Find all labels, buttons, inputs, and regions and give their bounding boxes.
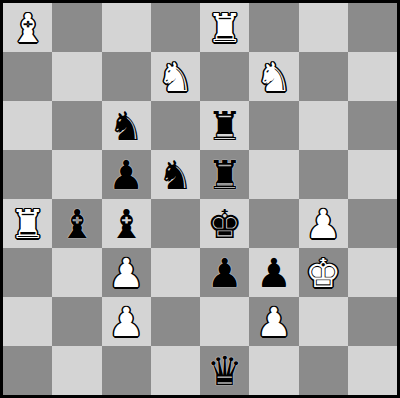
square-a8[interactable]: ♝ bbox=[3, 3, 52, 52]
black-pawn[interactable]: ♟ bbox=[108, 155, 144, 195]
square-d7[interactable]: ♞ bbox=[151, 52, 200, 101]
square-c4[interactable]: ♝ bbox=[102, 199, 151, 248]
square-b4[interactable]: ♝ bbox=[52, 199, 101, 248]
square-e1[interactable]: ♛ bbox=[200, 346, 249, 395]
black-bishop[interactable]: ♝ bbox=[59, 204, 95, 244]
white-pawn[interactable]: ♟ bbox=[305, 204, 341, 244]
square-h4[interactable] bbox=[348, 199, 397, 248]
square-g3[interactable]: ♚ bbox=[299, 248, 348, 297]
black-bishop[interactable]: ♝ bbox=[108, 204, 144, 244]
black-rook[interactable]: ♜ bbox=[207, 106, 243, 146]
square-d5[interactable]: ♞ bbox=[151, 150, 200, 199]
square-b8[interactable] bbox=[52, 3, 101, 52]
square-a3[interactable] bbox=[3, 248, 52, 297]
square-e7[interactable] bbox=[200, 52, 249, 101]
square-e3[interactable]: ♟ bbox=[200, 248, 249, 297]
white-pawn[interactable]: ♟ bbox=[256, 302, 292, 342]
square-h3[interactable] bbox=[348, 248, 397, 297]
square-d4[interactable] bbox=[151, 199, 200, 248]
square-h2[interactable] bbox=[348, 297, 397, 346]
square-d1[interactable] bbox=[151, 346, 200, 395]
square-b6[interactable] bbox=[52, 101, 101, 150]
square-b1[interactable] bbox=[52, 346, 101, 395]
square-d8[interactable] bbox=[151, 3, 200, 52]
square-a5[interactable] bbox=[3, 150, 52, 199]
black-queen[interactable]: ♛ bbox=[207, 351, 243, 391]
square-e6[interactable]: ♜ bbox=[200, 101, 249, 150]
square-f5[interactable] bbox=[249, 150, 298, 199]
square-b3[interactable] bbox=[52, 248, 101, 297]
white-pawn[interactable]: ♟ bbox=[108, 302, 144, 342]
square-a4[interactable]: ♜ bbox=[3, 199, 52, 248]
black-pawn[interactable]: ♟ bbox=[256, 253, 292, 293]
square-d2[interactable] bbox=[151, 297, 200, 346]
black-knight[interactable]: ♞ bbox=[108, 106, 144, 146]
square-a6[interactable] bbox=[3, 101, 52, 150]
square-b5[interactable] bbox=[52, 150, 101, 199]
black-king[interactable]: ♚ bbox=[207, 204, 243, 244]
white-rook[interactable]: ♜ bbox=[207, 8, 243, 48]
square-c5[interactable]: ♟ bbox=[102, 150, 151, 199]
square-f1[interactable] bbox=[249, 346, 298, 395]
square-b7[interactable] bbox=[52, 52, 101, 101]
black-pawn[interactable]: ♟ bbox=[207, 253, 243, 293]
square-c8[interactable] bbox=[102, 3, 151, 52]
square-f8[interactable] bbox=[249, 3, 298, 52]
square-a1[interactable] bbox=[3, 346, 52, 395]
black-knight[interactable]: ♞ bbox=[157, 155, 193, 195]
square-f3[interactable]: ♟ bbox=[249, 248, 298, 297]
square-g1[interactable] bbox=[299, 346, 348, 395]
white-bishop[interactable]: ♝ bbox=[10, 8, 46, 48]
white-king[interactable]: ♚ bbox=[305, 253, 341, 293]
black-rook[interactable]: ♜ bbox=[207, 155, 243, 195]
square-c1[interactable] bbox=[102, 346, 151, 395]
square-g8[interactable] bbox=[299, 3, 348, 52]
square-e4[interactable]: ♚ bbox=[200, 199, 249, 248]
white-knight[interactable]: ♞ bbox=[157, 57, 193, 97]
square-b2[interactable] bbox=[52, 297, 101, 346]
square-c7[interactable] bbox=[102, 52, 151, 101]
chess-board: ♝♜♞♞♞♜♟♞♜♜♝♝♚♟♟♟♟♚♟♟♛ bbox=[3, 3, 397, 395]
square-f7[interactable]: ♞ bbox=[249, 52, 298, 101]
square-h6[interactable] bbox=[348, 101, 397, 150]
square-g7[interactable] bbox=[299, 52, 348, 101]
square-c6[interactable]: ♞ bbox=[102, 101, 151, 150]
square-g5[interactable] bbox=[299, 150, 348, 199]
white-knight[interactable]: ♞ bbox=[256, 57, 292, 97]
square-g6[interactable] bbox=[299, 101, 348, 150]
square-d6[interactable] bbox=[151, 101, 200, 150]
square-f6[interactable] bbox=[249, 101, 298, 150]
square-a7[interactable] bbox=[3, 52, 52, 101]
square-e8[interactable]: ♜ bbox=[200, 3, 249, 52]
square-f4[interactable] bbox=[249, 199, 298, 248]
square-d3[interactable] bbox=[151, 248, 200, 297]
square-c3[interactable]: ♟ bbox=[102, 248, 151, 297]
square-e2[interactable] bbox=[200, 297, 249, 346]
square-g4[interactable]: ♟ bbox=[299, 199, 348, 248]
square-f2[interactable]: ♟ bbox=[249, 297, 298, 346]
chess-board-frame: ♝♜♞♞♞♜♟♞♜♜♝♝♚♟♟♟♟♚♟♟♛ bbox=[0, 0, 400, 398]
square-h7[interactable] bbox=[348, 52, 397, 101]
square-c2[interactable]: ♟ bbox=[102, 297, 151, 346]
square-h8[interactable] bbox=[348, 3, 397, 52]
square-g2[interactable] bbox=[299, 297, 348, 346]
square-e5[interactable]: ♜ bbox=[200, 150, 249, 199]
square-h5[interactable] bbox=[348, 150, 397, 199]
white-rook[interactable]: ♜ bbox=[10, 204, 46, 244]
square-h1[interactable] bbox=[348, 346, 397, 395]
white-pawn[interactable]: ♟ bbox=[108, 253, 144, 293]
square-a2[interactable] bbox=[3, 297, 52, 346]
